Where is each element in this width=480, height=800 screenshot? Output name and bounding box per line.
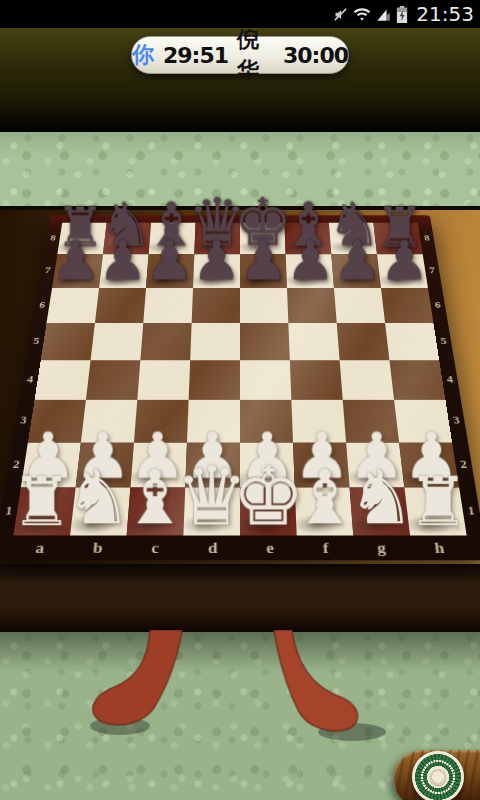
vibrate-mute-icon (333, 7, 348, 22)
board-grid: ♜♞♝♛♚♝♞♜♟♟♟♟♟♟♟♟♟♟♟♟♟♟♟♟♜♞♝♛♚♝♞♜ (13, 223, 466, 536)
square-g6[interactable] (334, 288, 385, 323)
file-label-c: c (151, 540, 160, 558)
square-b7[interactable]: ♟ (99, 254, 149, 287)
square-f4[interactable] (290, 360, 343, 400)
square-h4[interactable] (389, 360, 445, 400)
rank-label-5: 5 (440, 336, 448, 347)
file-label-h: h (434, 540, 446, 558)
black-pawn-f7: ♟ (286, 235, 335, 287)
square-f7[interactable]: ♟ (286, 254, 334, 287)
square-c5[interactable] (140, 323, 191, 360)
file-labels: abcdefgh (10, 538, 471, 560)
medallion-button[interactable] (412, 751, 464, 800)
medallion-hub (430, 769, 446, 785)
square-a6[interactable] (47, 288, 99, 323)
chess-board: ♜♞♝♛♚♝♞♜♟♟♟♟♟♟♟♟♟♟♟♟♟♟♟♟♜♞♝♛♚♝♞♜ abcdefg… (0, 215, 480, 560)
square-e1[interactable]: ♚ (240, 487, 297, 535)
game-clock: 你 29:51 倪华 30:00 (131, 36, 349, 74)
rank-label-6: 6 (434, 300, 441, 311)
black-pawn-e7: ♟ (239, 235, 288, 287)
file-label-d: d (208, 540, 218, 558)
square-b5[interactable] (91, 323, 144, 360)
file-label-g: g (376, 540, 386, 558)
file-label-b: b (92, 540, 103, 558)
file-label-f: f (322, 540, 329, 558)
square-g1[interactable]: ♞ (350, 487, 410, 535)
square-h6[interactable] (381, 288, 433, 323)
square-a1[interactable]: ♜ (13, 487, 75, 535)
square-c4[interactable] (137, 360, 190, 400)
app-header: 你 29:51 倪华 30:00 (0, 28, 480, 132)
square-g4[interactable] (340, 360, 394, 400)
black-pawn-a7: ♟ (51, 235, 100, 287)
rank-label-5: 5 (32, 336, 40, 347)
square-e5[interactable] (240, 323, 290, 360)
status-bar: 21:53 (0, 0, 480, 28)
square-b4[interactable] (86, 360, 140, 400)
rank-label-7: 7 (44, 266, 51, 276)
white-rook-h1: ♜ (408, 470, 469, 535)
player1-time: 29:51 (163, 43, 228, 68)
white-knight-g1: ♞ (348, 464, 415, 535)
white-king-e1: ♚ (232, 457, 305, 534)
board-scene: ♜♞♝♛♚♝♞♜♟♟♟♟♟♟♟♟♟♟♟♟♟♟♟♟♜♞♝♛♚♝♞♜ abcdefg… (25, 150, 455, 580)
square-f5[interactable] (288, 323, 339, 360)
phone-screen: 21:53 你 29:51 倪华 30:00 ♜♞♝♛♚♝♞♜♟♟♟♟♟♟♟♟♟… (0, 0, 480, 800)
square-d7[interactable]: ♟ (193, 254, 240, 287)
black-pawn-b7: ♟ (98, 235, 147, 287)
square-c7[interactable]: ♟ (146, 254, 194, 287)
square-b6[interactable] (95, 288, 146, 323)
square-e6[interactable] (240, 288, 288, 323)
file-label-e: e (266, 540, 274, 558)
black-pawn-h7: ♟ (380, 235, 429, 287)
square-c6[interactable] (143, 288, 193, 323)
square-h5[interactable] (385, 323, 439, 360)
rank-label-6: 6 (38, 300, 45, 311)
square-a4[interactable] (35, 360, 91, 400)
rank-label-4: 4 (446, 374, 454, 386)
square-e4[interactable] (240, 360, 291, 400)
player2-label: 倪华 (237, 25, 274, 85)
signal-icon (376, 7, 391, 22)
square-d6[interactable] (192, 288, 240, 323)
square-f6[interactable] (287, 288, 337, 323)
table-legs (0, 630, 480, 742)
rank-label-7: 7 (429, 266, 436, 276)
square-h1[interactable]: ♜ (404, 487, 466, 535)
square-g5[interactable] (337, 323, 390, 360)
black-pawn-d7: ♟ (192, 235, 241, 287)
rank-label-4: 4 (26, 374, 34, 386)
square-e7[interactable]: ♟ (240, 254, 287, 287)
black-pawn-c7: ♟ (145, 235, 194, 287)
square-h7[interactable]: ♟ (377, 254, 428, 287)
white-rook-a1: ♜ (11, 470, 72, 535)
square-d5[interactable] (190, 323, 240, 360)
battery-charging-icon (396, 6, 408, 23)
square-a7[interactable]: ♟ (52, 254, 103, 287)
wifi-icon (353, 7, 371, 22)
square-d4[interactable] (189, 360, 240, 400)
status-time: 21:53 (416, 2, 474, 26)
square-g7[interactable]: ♟ (331, 254, 381, 287)
square-a5[interactable] (41, 323, 95, 360)
black-pawn-g7: ♟ (333, 235, 382, 287)
file-label-a: a (35, 540, 46, 558)
player1-label: 你 (132, 40, 154, 70)
player2-time: 30:00 (283, 43, 348, 68)
